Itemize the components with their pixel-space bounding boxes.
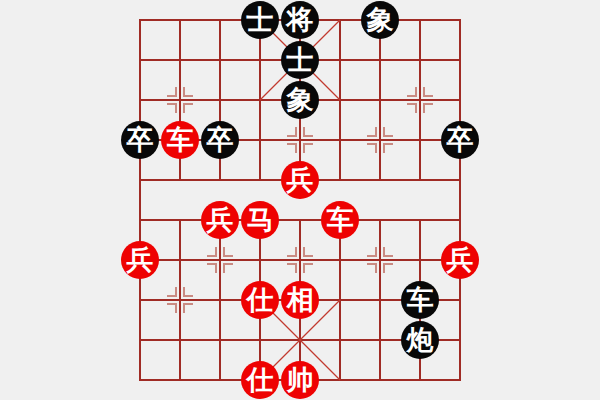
board-cell: 仕 — [240, 360, 280, 400]
board-cell: 兵 — [120, 240, 160, 280]
piece-red-chariot[interactable]: 车 — [161, 121, 199, 159]
board-cell: 卒 — [440, 120, 480, 160]
board-cell: 士 — [280, 40, 320, 80]
piece-layer: 士将象士象卒车卒卒兵兵马车兵兵仕相车炮仕帅 — [120, 0, 480, 400]
piece-red-soldier[interactable]: 兵 — [441, 241, 479, 279]
board-cell: 帅 — [280, 360, 320, 400]
board-cell: 仕 — [240, 280, 280, 320]
board-cell: 车 — [160, 120, 200, 160]
piece-black-soldier[interactable]: 卒 — [441, 121, 479, 159]
piece-red-soldier[interactable]: 兵 — [281, 161, 319, 199]
piece-black-chariot[interactable]: 车 — [401, 281, 439, 319]
board-cell: 象 — [280, 80, 320, 120]
piece-black-elephant[interactable]: 象 — [281, 81, 319, 119]
board-cell: 兵 — [200, 200, 240, 240]
piece-black-general[interactable]: 将 — [281, 1, 319, 39]
board-cell: 马 — [240, 200, 280, 240]
board-cell: 炮 — [400, 320, 440, 360]
piece-black-advisor[interactable]: 士 — [241, 1, 279, 39]
piece-black-soldier[interactable]: 卒 — [201, 121, 239, 159]
board-cell: 卒 — [200, 120, 240, 160]
xiangqi-board: 士将象士象卒车卒卒兵兵马车兵兵仕相车炮仕帅 — [0, 0, 600, 400]
piece-black-soldier[interactable]: 卒 — [121, 121, 159, 159]
board-cell: 兵 — [280, 160, 320, 200]
piece-red-general[interactable]: 帅 — [281, 361, 319, 399]
board-cell: 象 — [360, 0, 400, 40]
piece-red-advisor[interactable]: 仕 — [241, 361, 279, 399]
board-cell: 卒 — [120, 120, 160, 160]
piece-red-soldier[interactable]: 兵 — [201, 201, 239, 239]
board-cell: 车 — [320, 200, 360, 240]
board-cell: 士 — [240, 0, 280, 40]
board-cell: 车 — [400, 280, 440, 320]
piece-black-cannon[interactable]: 炮 — [401, 321, 439, 359]
board-cell: 兵 — [440, 240, 480, 280]
piece-red-horse[interactable]: 马 — [241, 201, 279, 239]
piece-red-chariot[interactable]: 车 — [321, 201, 359, 239]
board-cell: 相 — [280, 280, 320, 320]
piece-black-elephant[interactable]: 象 — [361, 1, 399, 39]
board-cell: 将 — [280, 0, 320, 40]
piece-red-soldier[interactable]: 兵 — [121, 241, 159, 279]
piece-red-advisor[interactable]: 仕 — [241, 281, 279, 319]
piece-red-elephant[interactable]: 相 — [281, 281, 319, 319]
piece-black-advisor[interactable]: 士 — [281, 41, 319, 79]
